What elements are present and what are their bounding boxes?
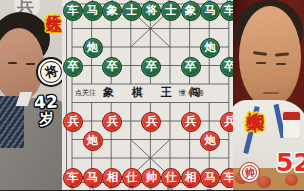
red-general-badge-icon: 帅 (239, 162, 260, 183)
piece-black-卒-f3r3[interactable]: 卒 (102, 57, 122, 77)
piece-red-炮-f2r7[interactable]: 炮 (83, 131, 103, 151)
river-promo-text: 点关注 象 棋 王 闯 懂棋路 (75, 85, 223, 100)
right-player-photo: 柳大华 帅 52 (233, 0, 304, 190)
id-badge (283, 112, 300, 138)
file-number-bottom-三: 三 (187, 184, 193, 191)
left-player-eye (26, 63, 35, 65)
piece-black-士-f4r0[interactable]: 士 (122, 1, 142, 21)
broadcast-frame: 兵 徐天红 将 42 岁 123456789 点关注 象 棋 王 闯 懂棋路 车… (0, 0, 304, 190)
right-player-eye (276, 63, 286, 65)
river-text-left: 点关注 (75, 88, 96, 98)
file-number-bottom-五: 五 (147, 184, 153, 191)
piece-red-兵-f1r6[interactable]: 兵 (63, 112, 83, 132)
file-number-bottom-六: 六 (128, 184, 134, 191)
piece-black-卒-f5r3[interactable]: 卒 (141, 57, 161, 77)
file-number-bottom-二: 二 (206, 184, 212, 191)
piece-black-车-f1r0[interactable]: 车 (63, 1, 83, 21)
file-number-bottom-四: 四 (167, 184, 173, 191)
table-piece (257, 176, 271, 188)
left-player-photo: 兵 徐天红 将 42 岁 (0, 0, 63, 190)
piece-red-兵-f7r6[interactable]: 兵 (181, 112, 201, 132)
piece-black-士-f6r0[interactable]: 士 (161, 1, 181, 21)
right-player-name: 柳大华 (243, 97, 267, 100)
right-player-mouth (263, 92, 279, 94)
piece-red-炮-f8r7[interactable]: 炮 (200, 131, 220, 151)
left-player-age-suffix: 岁 (38, 109, 55, 129)
piece-black-卒-f1r3[interactable]: 卒 (63, 57, 83, 77)
piece-black-炮-f2r2[interactable]: 炮 (83, 38, 103, 58)
xiangqi-board: 123456789 点关注 象 棋 王 闯 懂棋路 车马象士将士象马车炮炮卒卒卒… (62, 0, 234, 190)
right-player-eye (256, 62, 266, 64)
file-number-bottom-七: 七 (108, 184, 114, 191)
file-number-bottom-一: 一 (226, 184, 232, 191)
piece-black-象-f7r0[interactable]: 象 (181, 1, 201, 21)
left-player-eye (8, 62, 17, 64)
right-player-age: 52 (276, 148, 304, 177)
file-number-bottom-九: 九 (69, 184, 75, 191)
file-number-bottom-八: 八 (89, 184, 95, 191)
piece-black-马-f2r0[interactable]: 马 (83, 1, 103, 21)
left-player-name: 徐天红 (43, 2, 63, 5)
river-text-right: 懂棋路 (179, 88, 206, 98)
black-general-badge-icon: 将 (36, 57, 63, 87)
piece-black-卒-f7r3[interactable]: 卒 (181, 57, 201, 77)
